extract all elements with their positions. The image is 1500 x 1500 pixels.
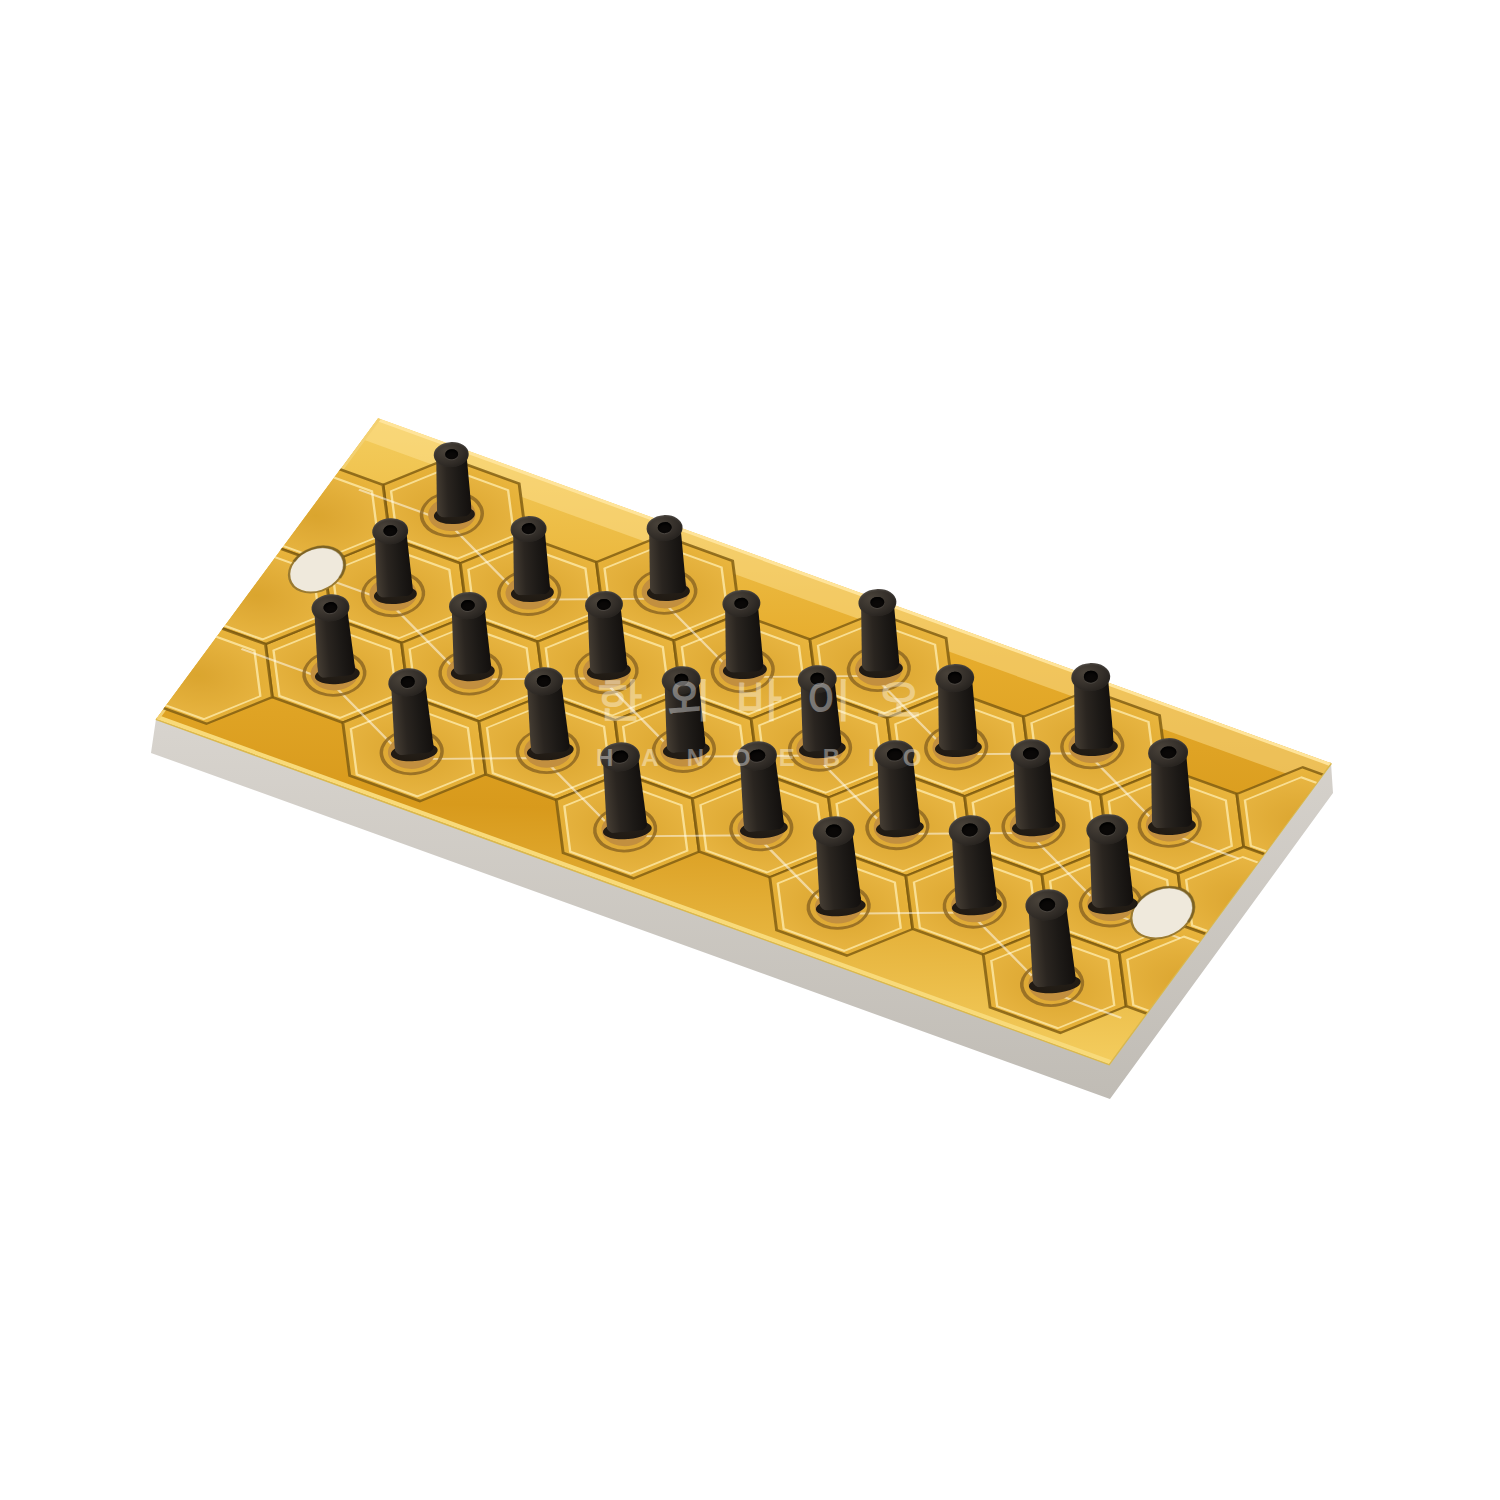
- watermark-korean-text: 한외바이오: [596, 668, 949, 730]
- watermark-latin-text: HANOEBIO: [596, 744, 949, 772]
- product-photo-scene: 한외바이오 HANOEBIO: [0, 0, 1500, 1500]
- watermark: 한외바이오 HANOEBIO: [596, 668, 949, 772]
